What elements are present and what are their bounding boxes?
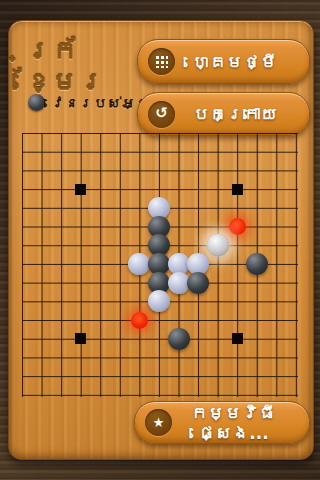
star-point [232,184,243,195]
black-stone [168,328,190,350]
grid-icon [148,48,175,75]
star-point [232,333,243,344]
red-marker [131,312,148,329]
app-screen: ក្រ័ ខ្មែរ វេនរបស់អ្នក ហ្គេមថ្មី ↺ បកក្រ… [0,0,320,480]
more-apps-button[interactable]: ★ កម្មវិធីផ្សេង... [134,401,310,444]
new-game-button[interactable]: ហ្គេមថ្មី [137,39,310,84]
undo-button[interactable]: ↺ បកក្រោយ [137,92,310,136]
star-point [75,184,86,195]
undo-label: បកក្រោយ [175,104,309,124]
white-stone-last-move [207,234,229,256]
black-stone [187,272,209,294]
new-game-label: ហ្គេមថ្មី [175,52,309,72]
black-stone [246,253,268,275]
red-marker [229,218,246,235]
star-icon: ★ [145,409,172,436]
undo-icon: ↺ [148,101,175,128]
more-apps-label: កម្មវិធីផ្សេង... [172,403,309,443]
black-stone-icon [28,94,45,111]
star-point [75,333,86,344]
app-title: ក្រ័ ខ្មែរ [26,36,138,98]
